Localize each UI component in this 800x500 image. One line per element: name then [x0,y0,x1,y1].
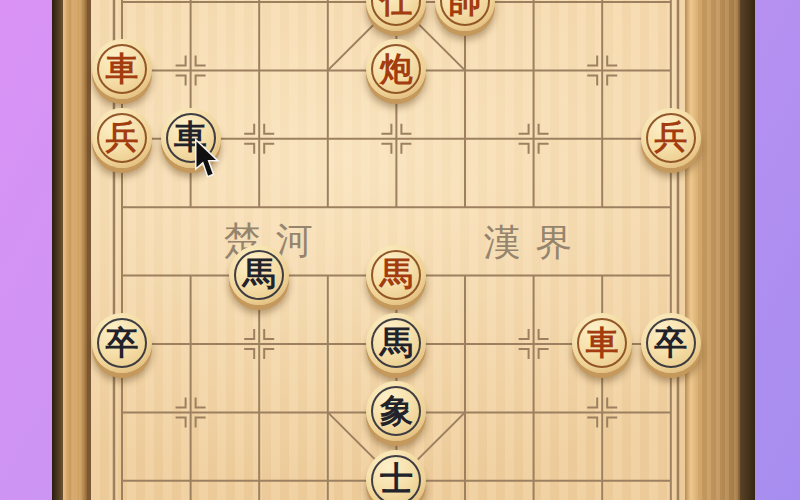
game-screen: 楚河 漢界 仕帥車炮兵車兵馬馬卒馬車卒象士 [0,0,800,500]
piece-glyph: 卒 [106,326,139,359]
piece-black-advisor[interactable]: 士 [366,450,426,500]
piece-glyph: 馬 [380,326,413,359]
piece-red-cannon[interactable]: 炮 [366,39,426,99]
piece-glyph: 帥 [449,0,482,17]
piece-red-horse[interactable]: 馬 [366,245,426,305]
piece-glyph: 仕 [380,0,413,17]
piece-glyph: 炮 [380,52,413,85]
piece-glyph: 兵 [106,120,139,153]
piece-red-general[interactable]: 帥 [435,0,495,31]
piece-black-soldier-b[interactable]: 卒 [641,313,701,373]
piece-glyph: 車 [586,326,619,359]
piece-red-chariot-a[interactable]: 車 [92,39,152,99]
piece-black-horse-b[interactable]: 馬 [366,313,426,373]
piece-glyph: 象 [380,394,413,427]
piece-black-horse-a[interactable]: 馬 [229,245,289,305]
mouse-cursor [194,138,221,180]
piece-glyph: 馬 [380,257,413,290]
piece-glyph: 兵 [654,120,687,153]
piece-red-advisor[interactable]: 仕 [366,0,426,31]
piece-black-soldier-a[interactable]: 卒 [92,313,152,373]
piece-glyph: 馬 [243,257,276,290]
piece-red-soldier-b[interactable]: 兵 [641,108,701,168]
piece-glyph: 車 [106,52,139,85]
piece-red-chariot-b[interactable]: 車 [572,313,632,373]
piece-glyph: 卒 [654,326,687,359]
piece-glyph: 士 [380,462,413,495]
piece-black-elephant[interactable]: 象 [366,381,426,441]
pieces-layer: 仕帥車炮兵車兵馬馬卒馬車卒象士 [0,0,800,500]
piece-red-soldier-a[interactable]: 兵 [92,108,152,168]
